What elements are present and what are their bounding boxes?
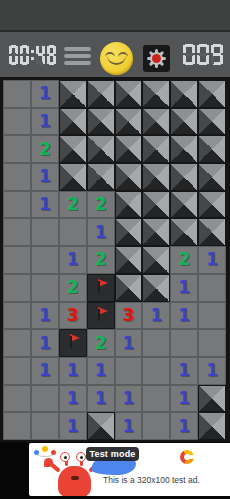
- cell-r3-c2[interactable]: [59, 163, 87, 191]
- cell-r0-c0[interactable]: [3, 80, 31, 108]
- status-bar: [0, 0, 230, 30]
- cell-r4-c5[interactable]: [142, 191, 170, 219]
- cell-r7-c0[interactable]: [3, 274, 31, 302]
- cell-r11-c0[interactable]: [3, 385, 31, 413]
- cell-number: 1: [178, 279, 190, 296]
- cell-r5-c2[interactable]: [59, 218, 87, 246]
- cell-r10-c6[interactable]: 1: [170, 357, 198, 385]
- cell-r10-c1[interactable]: 1: [31, 357, 59, 385]
- cell-r6-c2[interactable]: 1: [59, 246, 87, 274]
- cell-r9-c7[interactable]: [198, 329, 226, 357]
- cell-r12-c4[interactable]: 1: [115, 412, 143, 440]
- ad-banner-area: Test mode This is a 320x100 test ad.: [0, 442, 230, 499]
- timer-display: [8, 44, 57, 65]
- google-ad-logo-icon: [180, 450, 194, 464]
- hamburger-icon: [64, 47, 91, 51]
- cell-number: 2: [95, 196, 107, 213]
- cell-r11-c2[interactable]: 1: [59, 385, 87, 413]
- cell-r1-c0[interactable]: [3, 108, 31, 136]
- mine-icon: [146, 48, 167, 69]
- board-frame: 1121122112212113311121111111111111: [0, 77, 230, 442]
- cell-r1-c2[interactable]: [59, 108, 87, 136]
- cell-r10-c4[interactable]: [115, 357, 143, 385]
- cell-r10-c0[interactable]: [3, 357, 31, 385]
- cell-r1-c4[interactable]: [115, 108, 143, 136]
- cell-number: 1: [178, 362, 190, 379]
- cell-r8-c0[interactable]: [3, 302, 31, 330]
- cell-r11-c7[interactable]: [198, 385, 226, 413]
- cell-r3-c1[interactable]: 1: [31, 163, 59, 191]
- cell-r1-c5[interactable]: [142, 108, 170, 136]
- cell-number: 1: [123, 418, 135, 435]
- cell-number: 1: [206, 251, 218, 268]
- cell-r1-c7[interactable]: [198, 108, 226, 136]
- cell-r5-c5[interactable]: [142, 218, 170, 246]
- cell-r3-c0[interactable]: [3, 163, 31, 191]
- menu-button[interactable]: [64, 47, 91, 65]
- cell-r6-c1[interactable]: [31, 246, 59, 274]
- cell-r2-c6[interactable]: [170, 135, 198, 163]
- cell-r5-c0[interactable]: [3, 218, 31, 246]
- cell-r6-c4[interactable]: [115, 246, 143, 274]
- ad-body-text: This is a 320x100 test ad.: [103, 475, 200, 485]
- cell-number: 2: [95, 251, 107, 268]
- ad-card[interactable]: Test mode This is a 320x100 test ad.: [29, 443, 230, 496]
- cell-r0-c5[interactable]: [142, 80, 170, 108]
- cell-r8-c4[interactable]: 3: [115, 302, 143, 330]
- cell-r8-c7[interactable]: [198, 302, 226, 330]
- cell-number: 1: [95, 390, 107, 407]
- cell-r11-c1[interactable]: [31, 385, 59, 413]
- cell-r6-c3[interactable]: 2: [87, 246, 115, 274]
- cell-r7-c3[interactable]: [87, 274, 115, 302]
- cell-number: 1: [39, 85, 51, 102]
- cell-r8-c2[interactable]: 3: [59, 302, 87, 330]
- cell-r3-c7[interactable]: [198, 163, 226, 191]
- cell-r7-c6[interactable]: 1: [170, 274, 198, 302]
- cell-r6-c6[interactable]: 2: [170, 246, 198, 274]
- cell-number: 2: [67, 279, 79, 296]
- cell-number: 1: [39, 362, 51, 379]
- cell-number: 1: [39, 196, 51, 213]
- cell-r9-c4[interactable]: 1: [115, 329, 143, 357]
- cell-r0-c3[interactable]: [87, 80, 115, 108]
- smiley-mouth-icon: [107, 51, 126, 65]
- cell-r0-c7[interactable]: [198, 80, 226, 108]
- cell-r7-c2[interactable]: 2: [59, 274, 87, 302]
- flag-icon: [88, 275, 114, 301]
- cell-number: 1: [39, 307, 51, 324]
- cell-number: 2: [95, 335, 107, 352]
- cell-r12-c3[interactable]: [87, 412, 115, 440]
- cell-r9-c6[interactable]: [170, 329, 198, 357]
- cell-number: 1: [178, 418, 190, 435]
- cell-number: 1: [206, 362, 218, 379]
- cell-r2-c3[interactable]: [87, 135, 115, 163]
- cell-r9-c5[interactable]: [142, 329, 170, 357]
- cell-r12-c6[interactable]: 1: [170, 412, 198, 440]
- cell-number: 1: [123, 335, 135, 352]
- mine-mode-toggle-button[interactable]: [143, 45, 170, 72]
- cell-r7-c4[interactable]: [115, 274, 143, 302]
- cell-r9-c3[interactable]: 2: [87, 329, 115, 357]
- test-mode-label: Test mode: [89, 449, 135, 459]
- cell-r9-c1[interactable]: 1: [31, 329, 59, 357]
- cell-r12-c2[interactable]: 1: [59, 412, 87, 440]
- cell-r5-c7[interactable]: [198, 218, 226, 246]
- cell-r0-c4[interactable]: [115, 80, 143, 108]
- cell-r6-c0[interactable]: [3, 246, 31, 274]
- cell-number: 1: [67, 251, 79, 268]
- cell-r5-c3[interactable]: 1: [87, 218, 115, 246]
- cell-r1-c6[interactable]: [170, 108, 198, 136]
- cell-r8-c1[interactable]: 1: [31, 302, 59, 330]
- cell-r1-c1[interactable]: 1: [31, 108, 59, 136]
- cell-number: 1: [39, 113, 51, 130]
- cell-r7-c7[interactable]: [198, 274, 226, 302]
- cell-number: 1: [95, 362, 107, 379]
- cell-r4-c3[interactable]: 2: [87, 191, 115, 219]
- flag-icon: [60, 330, 86, 356]
- cell-r0-c6[interactable]: [170, 80, 198, 108]
- cell-number: 1: [67, 418, 79, 435]
- cell-r3-c6[interactable]: [170, 163, 198, 191]
- smiley-reset-button[interactable]: [100, 42, 133, 75]
- cell-r0-c2[interactable]: [59, 80, 87, 108]
- cell-r12-c1[interactable]: [31, 412, 59, 440]
- cell-number: 1: [67, 362, 79, 379]
- cell-r10-c7[interactable]: 1: [198, 357, 226, 385]
- cell-r6-c7[interactable]: 1: [198, 246, 226, 274]
- cell-r1-c3[interactable]: [87, 108, 115, 136]
- cell-r8-c5[interactable]: 1: [142, 302, 170, 330]
- cell-r3-c4[interactable]: [115, 163, 143, 191]
- cell-number: 3: [123, 307, 135, 324]
- cell-r5-c4[interactable]: [115, 218, 143, 246]
- cell-r9-c2[interactable]: [59, 329, 87, 357]
- cell-r4-c4[interactable]: [115, 191, 143, 219]
- cell-number: 1: [39, 168, 51, 185]
- cell-r10-c2[interactable]: 1: [59, 357, 87, 385]
- cell-r3-c5[interactable]: [142, 163, 170, 191]
- cell-r4-c0[interactable]: [3, 191, 31, 219]
- cell-r11-c5[interactable]: [142, 385, 170, 413]
- cell-r6-c5[interactable]: [142, 246, 170, 274]
- minesweeper-app: 1121122112212113311121111111111111 Test …: [0, 0, 230, 499]
- cell-r12-c5[interactable]: [142, 412, 170, 440]
- minesweeper-board: 1121122112212113311121111111111111: [3, 80, 226, 440]
- mine-counter-display: [182, 43, 224, 65]
- cell-number: 2: [39, 141, 51, 158]
- cell-r11-c6[interactable]: 1: [170, 385, 198, 413]
- game-header: [0, 30, 230, 77]
- cell-number: 1: [178, 307, 190, 324]
- cell-number: 2: [178, 251, 190, 268]
- cell-number: 2: [67, 196, 79, 213]
- cell-r4-c6[interactable]: [170, 191, 198, 219]
- cell-r12-c7[interactable]: [198, 412, 226, 440]
- flag-icon: [88, 303, 114, 329]
- cell-r10-c5[interactable]: [142, 357, 170, 385]
- cell-r9-c0[interactable]: [3, 329, 31, 357]
- cell-r11-c4[interactable]: 1: [115, 385, 143, 413]
- cell-r12-c0[interactable]: [3, 412, 31, 440]
- cell-r10-c3[interactable]: 1: [87, 357, 115, 385]
- cell-r2-c1[interactable]: 2: [31, 135, 59, 163]
- cell-r4-c2[interactable]: 2: [59, 191, 87, 219]
- cell-number: 1: [67, 390, 79, 407]
- cell-number: 1: [178, 390, 190, 407]
- cell-r5-c1[interactable]: [31, 218, 59, 246]
- cell-number: 1: [95, 224, 107, 241]
- cell-r11-c3[interactable]: 1: [87, 385, 115, 413]
- cell-number: 3: [67, 307, 79, 324]
- cell-r2-c5[interactable]: [142, 135, 170, 163]
- cell-number: 1: [39, 335, 51, 352]
- cell-r8-c3[interactable]: [87, 302, 115, 330]
- cell-r7-c5[interactable]: [142, 274, 170, 302]
- cell-r4-c1[interactable]: 1: [31, 191, 59, 219]
- cell-r2-c0[interactable]: [3, 135, 31, 163]
- cell-r0-c1[interactable]: 1: [31, 80, 59, 108]
- test-mode-badge: Test mode: [86, 447, 139, 461]
- cell-r2-c2[interactable]: [59, 135, 87, 163]
- cell-r2-c4[interactable]: [115, 135, 143, 163]
- cell-r5-c6[interactable]: [170, 218, 198, 246]
- cell-r4-c7[interactable]: [198, 191, 226, 219]
- cell-r7-c1[interactable]: [31, 274, 59, 302]
- cell-r3-c3[interactable]: [87, 163, 115, 191]
- cell-r8-c6[interactable]: 1: [170, 302, 198, 330]
- cell-number: 1: [150, 307, 162, 324]
- cell-number: 1: [123, 390, 135, 407]
- cell-r2-c7[interactable]: [198, 135, 226, 163]
